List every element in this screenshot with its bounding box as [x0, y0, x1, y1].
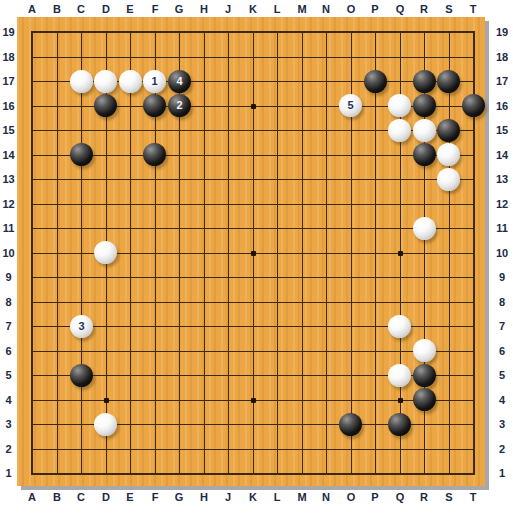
row-label-left-13: 13: [0, 171, 17, 187]
col-label-d: D: [96, 1, 116, 17]
col-label-o: O: [341, 1, 361, 17]
stone-black-d16: [94, 94, 117, 117]
col-label-g: G: [169, 489, 189, 505]
goban[interactable]: 14253: [17, 17, 485, 486]
stone-black-s17: [437, 70, 460, 93]
row-label-right-18: 18: [492, 49, 512, 65]
col-label-r: R: [414, 489, 434, 505]
stone-white-c7: 3: [70, 315, 93, 338]
row-label-left-7: 7: [0, 318, 17, 334]
move-number: 3: [78, 315, 84, 338]
row-label-right-12: 12: [492, 196, 512, 212]
stone-black-f14: [143, 143, 166, 166]
col-label-f: F: [145, 1, 165, 17]
stone-white-s13: [437, 168, 460, 191]
col-label-g: G: [169, 1, 189, 17]
col-label-h: H: [194, 489, 214, 505]
col-label-l: L: [267, 1, 287, 17]
row-label-left-15: 15: [0, 122, 17, 138]
move-number: 2: [176, 94, 182, 117]
stone-white-s14: [437, 143, 460, 166]
stone-black-g16: 2: [168, 94, 191, 117]
col-label-m: M: [292, 489, 312, 505]
col-label-q: Q: [390, 1, 410, 17]
row-label-left-14: 14: [0, 147, 17, 163]
row-label-left-5: 5: [0, 367, 17, 383]
stone-white-c17: [70, 70, 93, 93]
stone-black-s15: [437, 119, 460, 142]
col-label-t: T: [463, 1, 483, 17]
row-label-left-19: 19: [0, 24, 17, 40]
col-label-a: A: [22, 489, 42, 505]
col-label-j: J: [218, 1, 238, 17]
stone-black-f16: [143, 94, 166, 117]
stone-white-q16: [388, 94, 411, 117]
row-label-right-6: 6: [492, 343, 512, 359]
stone-white-f17: 1: [143, 70, 166, 93]
stone-white-r6: [413, 339, 436, 362]
col-label-h: H: [194, 1, 214, 17]
stone-black-r5: [413, 364, 436, 387]
star-point-k16: [251, 104, 256, 109]
stone-white-o16: 5: [339, 94, 362, 117]
stone-black-g17: 4: [168, 70, 191, 93]
row-label-right-1: 1: [492, 465, 512, 481]
star-point-d4: [104, 398, 109, 403]
stone-white-d17: [94, 70, 117, 93]
row-label-left-4: 4: [0, 392, 17, 408]
row-label-right-14: 14: [492, 147, 512, 163]
col-label-j: J: [218, 489, 238, 505]
stone-black-o3: [339, 413, 362, 436]
star-point-q10: [398, 251, 403, 256]
row-label-right-3: 3: [492, 416, 512, 432]
move-number: 4: [176, 70, 182, 93]
col-label-o: O: [341, 489, 361, 505]
row-label-right-17: 17: [492, 73, 512, 89]
row-label-left-9: 9: [0, 269, 17, 285]
col-label-p: P: [365, 1, 385, 17]
row-label-right-10: 10: [492, 245, 512, 261]
stone-black-r16: [413, 94, 436, 117]
row-label-left-2: 2: [0, 441, 17, 457]
col-label-c: C: [71, 489, 91, 505]
go-diagram: 14253 ABCDEFGHJKLMNOPQRST ABCDEFGHJKLMNO…: [0, 0, 513, 514]
col-label-e: E: [120, 489, 140, 505]
col-label-c: C: [71, 1, 91, 17]
stone-white-q5: [388, 364, 411, 387]
stone-white-r11: [413, 217, 436, 240]
stone-white-q15: [388, 119, 411, 142]
stone-black-t16: [462, 94, 485, 117]
star-point-k4: [251, 398, 256, 403]
stone-black-p17: [364, 70, 387, 93]
col-label-s: S: [439, 1, 459, 17]
stone-black-r17: [413, 70, 436, 93]
row-label-right-19: 19: [492, 24, 512, 40]
row-label-left-6: 6: [0, 343, 17, 359]
row-label-left-18: 18: [0, 49, 17, 65]
col-label-l: L: [267, 489, 287, 505]
col-label-d: D: [96, 489, 116, 505]
col-label-f: F: [145, 489, 165, 505]
row-label-right-11: 11: [492, 220, 512, 236]
row-label-left-11: 11: [0, 220, 17, 236]
col-label-k: K: [243, 489, 263, 505]
row-label-right-9: 9: [492, 269, 512, 285]
col-label-s: S: [439, 489, 459, 505]
move-number: 5: [347, 94, 353, 117]
stone-white-d10: [94, 241, 117, 264]
col-label-n: N: [316, 489, 336, 505]
col-label-b: B: [47, 489, 67, 505]
row-label-right-15: 15: [492, 122, 512, 138]
col-label-e: E: [120, 1, 140, 17]
row-label-right-5: 5: [492, 367, 512, 383]
row-label-right-13: 13: [492, 171, 512, 187]
stone-black-r14: [413, 143, 436, 166]
row-label-left-16: 16: [0, 98, 17, 114]
col-label-n: N: [316, 1, 336, 17]
row-label-left-17: 17: [0, 73, 17, 89]
row-label-left-10: 10: [0, 245, 17, 261]
col-label-t: T: [463, 489, 483, 505]
star-point-k10: [251, 251, 256, 256]
row-label-right-7: 7: [492, 318, 512, 334]
row-label-right-8: 8: [492, 294, 512, 310]
row-label-left-3: 3: [0, 416, 17, 432]
stone-black-c5: [70, 364, 93, 387]
row-label-right-2: 2: [492, 441, 512, 457]
stone-white-d3: [94, 413, 117, 436]
col-label-r: R: [414, 1, 434, 17]
stone-white-e17: [119, 70, 142, 93]
col-label-p: P: [365, 489, 385, 505]
row-label-left-12: 12: [0, 196, 17, 212]
col-label-k: K: [243, 1, 263, 17]
stone-black-c14: [70, 143, 93, 166]
star-point-q4: [398, 398, 403, 403]
stone-white-q7: [388, 315, 411, 338]
col-label-a: A: [22, 1, 42, 17]
col-label-q: Q: [390, 489, 410, 505]
stone-white-r15: [413, 119, 436, 142]
col-label-m: M: [292, 1, 312, 17]
stone-black-r4: [413, 388, 436, 411]
row-label-left-1: 1: [0, 465, 17, 481]
row-label-right-4: 4: [492, 392, 512, 408]
stone-black-q3: [388, 413, 411, 436]
row-label-left-8: 8: [0, 294, 17, 310]
col-label-b: B: [47, 1, 67, 17]
row-label-right-16: 16: [492, 98, 512, 114]
move-number: 1: [151, 70, 157, 93]
